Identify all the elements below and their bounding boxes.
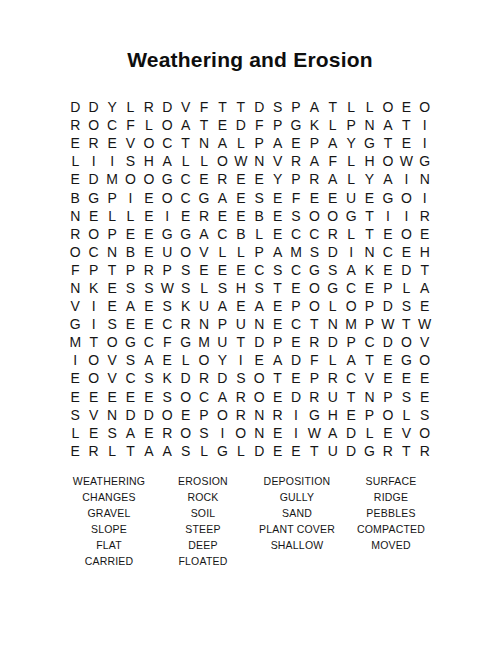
grid-cell[interactable]: O (232, 424, 250, 442)
grid-cell[interactable]: E (66, 369, 84, 387)
grid-cell[interactable]: C (176, 188, 194, 206)
grid-cell[interactable]: E (250, 351, 268, 369)
grid-cell[interactable]: R (232, 406, 250, 424)
grid-cell[interactable]: L (232, 134, 250, 152)
grid-cell[interactable]: S (195, 424, 213, 442)
grid-cell[interactable]: L (195, 279, 213, 297)
grid-cell[interactable]: C (121, 369, 139, 387)
grid-cell[interactable]: Y (213, 351, 231, 369)
grid-cell[interactable]: P (250, 134, 268, 152)
grid-cell[interactable]: E (416, 297, 434, 315)
grid-cell[interactable]: R (305, 170, 323, 188)
grid-cell[interactable]: R (305, 388, 323, 406)
grid-cell[interactable]: U (342, 188, 360, 206)
grid-cell[interactable]: P (287, 297, 305, 315)
grid-cell[interactable]: M (66, 333, 84, 351)
grid-cell[interactable]: B (250, 207, 268, 225)
grid-cell[interactable]: A (324, 134, 342, 152)
grid-cell[interactable]: A (305, 98, 323, 116)
grid-cell[interactable]: A (324, 170, 342, 188)
grid-cell[interactable]: I (158, 207, 176, 225)
grid-cell[interactable]: L (342, 98, 360, 116)
grid-cell[interactable]: Y (268, 170, 286, 188)
grid-cell[interactable]: S (250, 279, 268, 297)
grid-cell[interactable]: S (268, 98, 286, 116)
grid-cell[interactable]: T (397, 442, 415, 460)
grid-cell[interactable]: O (140, 134, 158, 152)
grid-cell[interactable]: R (84, 134, 102, 152)
grid-cell[interactable]: G (176, 225, 194, 243)
grid-cell[interactable]: S (121, 351, 139, 369)
grid-cell[interactable]: W (305, 424, 323, 442)
grid-cell[interactable]: E (268, 442, 286, 460)
grid-cell[interactable]: A (121, 424, 139, 442)
grid-cell[interactable]: E (268, 188, 286, 206)
grid-cell[interactable]: A (324, 424, 342, 442)
grid-cell[interactable]: O (66, 243, 84, 261)
grid-cell[interactable]: R (84, 442, 102, 460)
grid-cell[interactable]: T (232, 333, 250, 351)
grid-cell[interactable]: A (213, 134, 231, 152)
grid-cell[interactable]: V (84, 406, 102, 424)
grid-cell[interactable]: V (195, 243, 213, 261)
grid-cell[interactable]: A (416, 279, 434, 297)
grid-cell[interactable]: E (84, 388, 102, 406)
grid-cell[interactable]: L (324, 351, 342, 369)
grid-cell[interactable]: N (360, 243, 378, 261)
grid-cell[interactable]: T (379, 134, 397, 152)
grid-cell[interactable]: E (287, 333, 305, 351)
grid-cell[interactable]: F (121, 116, 139, 134)
grid-cell[interactable]: E (305, 188, 323, 206)
grid-cell[interactable]: S (103, 424, 121, 442)
grid-cell[interactable]: R (195, 207, 213, 225)
grid-cell[interactable]: D (232, 116, 250, 134)
grid-cell[interactable]: E (250, 170, 268, 188)
grid-cell[interactable]: D (213, 369, 231, 387)
grid-cell[interactable]: F (250, 116, 268, 134)
grid-cell[interactable]: A (140, 442, 158, 460)
grid-cell[interactable]: I (213, 424, 231, 442)
grid-cell[interactable]: M (342, 315, 360, 333)
grid-cell[interactable]: A (158, 442, 176, 460)
grid-cell[interactable]: P (379, 388, 397, 406)
grid-cell[interactable]: H (140, 152, 158, 170)
grid-cell[interactable]: D (250, 333, 268, 351)
grid-cell[interactable]: E (268, 297, 286, 315)
grid-cell[interactable]: A (121, 297, 139, 315)
grid-cell[interactable]: N (66, 207, 84, 225)
grid-cell[interactable]: N (250, 315, 268, 333)
grid-cell[interactable]: E (360, 279, 378, 297)
grid-cell[interactable]: E (268, 388, 286, 406)
grid-cell[interactable]: V (176, 98, 194, 116)
grid-cell[interactable]: D (324, 243, 342, 261)
grid-cell[interactable]: C (158, 134, 176, 152)
grid-cell[interactable]: H (416, 243, 434, 261)
grid-cell[interactable]: P (213, 315, 231, 333)
grid-cell[interactable]: C (250, 261, 268, 279)
grid-cell[interactable]: L (121, 207, 139, 225)
grid-cell[interactable]: O (140, 170, 158, 188)
grid-cell[interactable]: R (416, 207, 434, 225)
grid-cell[interactable]: R (66, 225, 84, 243)
grid-cell[interactable]: D (140, 406, 158, 424)
grid-cell[interactable]: K (84, 279, 102, 297)
grid-cell[interactable]: E (287, 279, 305, 297)
grid-cell[interactable]: N (103, 243, 121, 261)
grid-cell[interactable]: W (158, 279, 176, 297)
grid-cell[interactable]: L (195, 442, 213, 460)
grid-cell[interactable]: I (66, 351, 84, 369)
grid-cell[interactable]: E (103, 297, 121, 315)
grid-cell[interactable]: L (232, 442, 250, 460)
grid-cell[interactable]: O (84, 116, 102, 134)
grid-cell[interactable]: U (232, 315, 250, 333)
grid-cell[interactable]: O (305, 297, 323, 315)
grid-cell[interactable]: P (287, 170, 305, 188)
grid-cell[interactable]: P (379, 279, 397, 297)
grid-cell[interactable]: E (195, 170, 213, 188)
grid-cell[interactable]: N (195, 134, 213, 152)
grid-cell[interactable]: O (250, 369, 268, 387)
grid-cell[interactable]: P (103, 225, 121, 243)
grid-cell[interactable]: P (342, 116, 360, 134)
grid-cell[interactable]: E (121, 315, 139, 333)
grid-cell[interactable]: C (84, 243, 102, 261)
grid-cell[interactable]: L (103, 207, 121, 225)
grid-cell[interactable]: O (176, 243, 194, 261)
grid-cell[interactable]: G (416, 152, 434, 170)
grid-cell[interactable]: T (176, 134, 194, 152)
grid-cell[interactable]: T (324, 98, 342, 116)
grid-cell[interactable]: O (416, 351, 434, 369)
grid-cell[interactable]: M (103, 170, 121, 188)
grid-cell[interactable]: A (250, 297, 268, 315)
grid-cell[interactable]: E (140, 388, 158, 406)
grid-cell[interactable]: V (103, 351, 121, 369)
grid-cell[interactable]: O (324, 207, 342, 225)
grid-cell[interactable]: E (379, 424, 397, 442)
grid-cell[interactable]: D (379, 333, 397, 351)
grid-cell[interactable]: C (176, 170, 194, 188)
grid-cell[interactable]: N (360, 388, 378, 406)
grid-cell[interactable]: O (158, 188, 176, 206)
grid-cell[interactable]: R (158, 424, 176, 442)
grid-cell[interactable]: T (305, 315, 323, 333)
grid-cell[interactable]: E (232, 207, 250, 225)
grid-cell[interactable]: E (232, 170, 250, 188)
grid-cell[interactable]: T (232, 98, 250, 116)
grid-cell[interactable]: E (121, 225, 139, 243)
grid-cell[interactable]: E (268, 225, 286, 243)
grid-cell[interactable]: S (416, 406, 434, 424)
grid-cell[interactable]: C (287, 315, 305, 333)
grid-cell[interactable]: R (66, 116, 84, 134)
grid-cell[interactable]: I (342, 243, 360, 261)
grid-cell[interactable]: C (213, 225, 231, 243)
grid-cell[interactable]: W (416, 315, 434, 333)
grid-cell[interactable]: P (103, 188, 121, 206)
grid-cell[interactable]: N (250, 152, 268, 170)
grid-cell[interactable]: L (195, 152, 213, 170)
grid-cell[interactable]: I (232, 351, 250, 369)
grid-cell[interactable]: I (416, 116, 434, 134)
grid-cell[interactable]: I (121, 188, 139, 206)
grid-cell[interactable]: S (268, 261, 286, 279)
grid-cell[interactable]: P (360, 406, 378, 424)
grid-cell[interactable]: G (213, 442, 231, 460)
grid-cell[interactable]: U (324, 442, 342, 460)
grid-cell[interactable]: L (140, 116, 158, 134)
grid-cell[interactable]: N (66, 279, 84, 297)
grid-cell[interactable]: E (103, 279, 121, 297)
grid-cell[interactable]: L (176, 152, 194, 170)
grid-cell[interactable]: T (397, 315, 415, 333)
grid-cell[interactable]: B (232, 225, 250, 243)
grid-cell[interactable]: E (360, 188, 378, 206)
grid-cell[interactable]: R (213, 170, 231, 188)
grid-cell[interactable]: O (213, 406, 231, 424)
grid-cell[interactable]: A (379, 170, 397, 188)
grid-cell[interactable]: C (103, 116, 121, 134)
grid-cell[interactable]: D (379, 297, 397, 315)
grid-cell[interactable]: Y (360, 170, 378, 188)
grid-cell[interactable]: O (397, 225, 415, 243)
grid-cell[interactable]: O (158, 406, 176, 424)
grid-cell[interactable]: S (176, 261, 194, 279)
grid-cell[interactable]: A (140, 351, 158, 369)
grid-cell[interactable]: S (250, 188, 268, 206)
grid-cell[interactable]: T (416, 261, 434, 279)
grid-cell[interactable]: E (66, 170, 84, 188)
grid-cell[interactable]: C (158, 315, 176, 333)
grid-cell[interactable]: O (305, 207, 323, 225)
grid-cell[interactable]: R (176, 315, 194, 333)
grid-cell[interactable]: L (121, 98, 139, 116)
grid-cell[interactable]: D (250, 98, 268, 116)
grid-cell[interactable]: E (397, 98, 415, 116)
grid-cell[interactable]: V (103, 369, 121, 387)
grid-cell[interactable]: S (158, 297, 176, 315)
grid-cell[interactable]: L (213, 243, 231, 261)
grid-cell[interactable]: G (379, 188, 397, 206)
grid-cell[interactable]: I (287, 406, 305, 424)
grid-cell[interactable]: U (213, 333, 231, 351)
grid-cell[interactable]: O (176, 388, 194, 406)
grid-cell[interactable]: V (397, 424, 415, 442)
grid-cell[interactable]: R (232, 388, 250, 406)
grid-cell[interactable]: S (305, 243, 323, 261)
grid-cell[interactable]: B (121, 243, 139, 261)
grid-cell[interactable]: F (195, 98, 213, 116)
grid-cell[interactable]: L (360, 424, 378, 442)
grid-cell[interactable]: P (158, 261, 176, 279)
grid-cell[interactable]: G (287, 116, 305, 134)
grid-cell[interactable]: I (397, 207, 415, 225)
grid-cell[interactable]: E (287, 369, 305, 387)
grid-cell[interactable]: S (158, 388, 176, 406)
grid-cell[interactable]: I (416, 134, 434, 152)
grid-cell[interactable]: E (66, 134, 84, 152)
grid-cell[interactable]: E (232, 261, 250, 279)
grid-cell[interactable]: L (397, 406, 415, 424)
grid-cell[interactable]: L (250, 225, 268, 243)
grid-cell[interactable]: O (121, 170, 139, 188)
grid-cell[interactable]: T (213, 98, 231, 116)
grid-cell[interactable]: T (342, 388, 360, 406)
grid-cell[interactable]: D (287, 351, 305, 369)
grid-cell[interactable]: I (379, 207, 397, 225)
grid-cell[interactable]: O (342, 297, 360, 315)
grid-cell[interactable]: F (158, 333, 176, 351)
grid-cell[interactable]: F (66, 261, 84, 279)
grid-cell[interactable]: E (176, 207, 194, 225)
grid-cell[interactable]: D (324, 333, 342, 351)
grid-cell[interactable]: L (324, 297, 342, 315)
grid-cell[interactable]: F (287, 188, 305, 206)
grid-cell[interactable]: P (268, 333, 286, 351)
grid-cell[interactable]: E (140, 297, 158, 315)
grid-cell[interactable]: T (360, 207, 378, 225)
grid-cell[interactable]: T (268, 279, 286, 297)
grid-cell[interactable]: S (397, 297, 415, 315)
grid-cell[interactable]: O (250, 388, 268, 406)
grid-cell[interactable]: D (397, 261, 415, 279)
grid-cell[interactable]: T (397, 116, 415, 134)
grid-cell[interactable]: I (103, 152, 121, 170)
grid-cell[interactable]: G (324, 279, 342, 297)
grid-cell[interactable]: M (195, 333, 213, 351)
grid-cell[interactable]: E (416, 225, 434, 243)
grid-cell[interactable]: R (195, 369, 213, 387)
grid-cell[interactable]: G (360, 442, 378, 460)
grid-cell[interactable]: G (158, 170, 176, 188)
grid-cell[interactable]: C (195, 388, 213, 406)
grid-cell[interactable]: O (379, 98, 397, 116)
grid-cell[interactable]: R (287, 152, 305, 170)
grid-cell[interactable]: E (140, 188, 158, 206)
grid-cell[interactable]: E (66, 388, 84, 406)
grid-cell[interactable]: S (140, 279, 158, 297)
grid-cell[interactable]: E (121, 388, 139, 406)
grid-cell[interactable]: C (305, 225, 323, 243)
grid-cell[interactable]: P (195, 406, 213, 424)
grid-cell[interactable]: F (305, 351, 323, 369)
grid-cell[interactable]: O (84, 351, 102, 369)
grid-cell[interactable]: E (397, 243, 415, 261)
grid-cell[interactable]: O (379, 406, 397, 424)
grid-cell[interactable]: D (176, 369, 194, 387)
grid-cell[interactable]: E (84, 207, 102, 225)
grid-cell[interactable]: G (195, 188, 213, 206)
grid-cell[interactable]: V (360, 369, 378, 387)
grid-cell[interactable]: O (195, 351, 213, 369)
grid-cell[interactable]: D (121, 406, 139, 424)
grid-cell[interactable]: M (287, 243, 305, 261)
grid-cell[interactable]: R (305, 333, 323, 351)
grid-cell[interactable]: B (66, 188, 84, 206)
grid-cell[interactable]: E (213, 116, 231, 134)
grid-cell[interactable]: D (342, 442, 360, 460)
grid-cell[interactable]: I (84, 297, 102, 315)
grid-cell[interactable]: C (360, 333, 378, 351)
grid-cell[interactable]: C (287, 225, 305, 243)
grid-cell[interactable]: T (360, 225, 378, 243)
grid-cell[interactable]: S (287, 207, 305, 225)
grid-cell[interactable]: O (416, 424, 434, 442)
grid-cell[interactable]: I (287, 424, 305, 442)
grid-cell[interactable]: O (213, 152, 231, 170)
grid-cell[interactable]: T (268, 369, 286, 387)
grid-cell[interactable]: N (324, 315, 342, 333)
grid-cell[interactable]: L (342, 225, 360, 243)
grid-cell[interactable]: E (397, 134, 415, 152)
grid-cell[interactable]: G (360, 134, 378, 152)
grid-cell[interactable]: L (176, 351, 194, 369)
grid-cell[interactable]: E (176, 406, 194, 424)
grid-cell[interactable]: D (66, 98, 84, 116)
grid-cell[interactable]: E (140, 424, 158, 442)
grid-cell[interactable]: S (121, 279, 139, 297)
grid-cell[interactable]: U (195, 297, 213, 315)
grid-cell[interactable]: A (213, 188, 231, 206)
grid-cell[interactable]: L (342, 170, 360, 188)
grid-cell[interactable]: R (268, 406, 286, 424)
grid-cell[interactable]: V (66, 297, 84, 315)
grid-cell[interactable]: E (140, 315, 158, 333)
grid-cell[interactable]: U (324, 388, 342, 406)
grid-cell[interactable]: A (195, 225, 213, 243)
grid-cell[interactable]: E (103, 388, 121, 406)
grid-cell[interactable]: S (121, 152, 139, 170)
grid-cell[interactable]: P (305, 134, 323, 152)
grid-cell[interactable]: O (416, 98, 434, 116)
grid-cell[interactable]: T (305, 442, 323, 460)
grid-cell[interactable]: A (213, 388, 231, 406)
grid-cell[interactable]: O (305, 279, 323, 297)
grid-cell[interactable]: I (416, 188, 434, 206)
grid-cell[interactable]: R (416, 442, 434, 460)
grid-cell[interactable]: T (195, 116, 213, 134)
grid-cell[interactable]: L (66, 152, 84, 170)
grid-cell[interactable]: O (84, 225, 102, 243)
grid-cell[interactable]: I (84, 315, 102, 333)
grid-cell[interactable]: P (287, 98, 305, 116)
grid-cell[interactable]: E (268, 424, 286, 442)
grid-cell[interactable]: O (397, 333, 415, 351)
grid-cell[interactable]: A (213, 297, 231, 315)
grid-cell[interactable]: E (158, 351, 176, 369)
grid-cell[interactable]: P (360, 315, 378, 333)
grid-cell[interactable]: A (268, 134, 286, 152)
grid-cell[interactable]: R (324, 369, 342, 387)
grid-cell[interactable]: Y (103, 98, 121, 116)
grid-cell[interactable]: D (250, 442, 268, 460)
grid-cell[interactable]: N (360, 116, 378, 134)
grid-cell[interactable]: G (305, 261, 323, 279)
grid-cell[interactable]: E (232, 297, 250, 315)
grid-cell[interactable]: E (195, 261, 213, 279)
grid-cell[interactable]: O (158, 116, 176, 134)
grid-cell[interactable]: E (213, 207, 231, 225)
grid-cell[interactable]: N (103, 406, 121, 424)
grid-cell[interactable]: O (176, 424, 194, 442)
grid-cell[interactable]: D (287, 388, 305, 406)
grid-cell[interactable]: K (158, 369, 176, 387)
grid-cell[interactable]: O (379, 152, 397, 170)
grid-cell[interactable]: D (84, 170, 102, 188)
